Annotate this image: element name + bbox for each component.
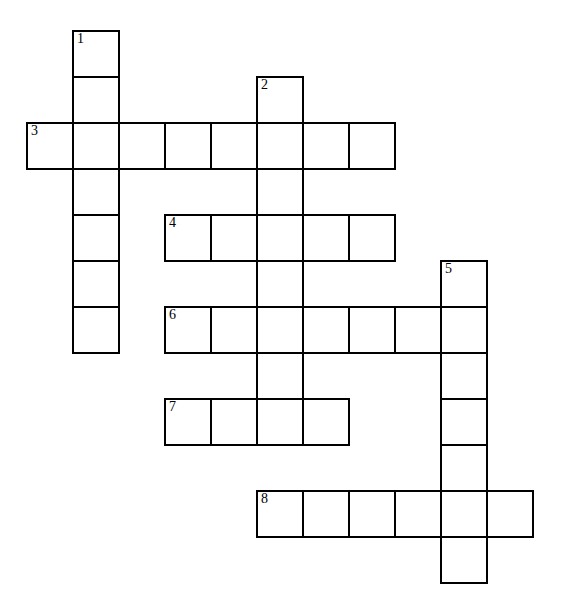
crossword-grid: 12345678 xyxy=(0,0,578,597)
grid-cell[interactable] xyxy=(210,214,258,262)
grid-cell[interactable] xyxy=(302,490,350,538)
grid-cell[interactable]: 6 xyxy=(164,306,212,354)
grid-cell[interactable]: 8 xyxy=(256,490,304,538)
grid-cell[interactable] xyxy=(118,122,166,170)
grid-cell[interactable] xyxy=(302,398,350,446)
grid-cell[interactable] xyxy=(256,306,304,354)
grid-cell[interactable] xyxy=(440,398,488,446)
grid-cell[interactable] xyxy=(440,306,488,354)
clue-number: 8 xyxy=(261,492,268,507)
grid-cell[interactable] xyxy=(302,306,350,354)
grid-cell[interactable] xyxy=(302,214,350,262)
grid-cell[interactable] xyxy=(256,352,304,400)
clue-number: 1 xyxy=(77,32,84,47)
clue-number: 2 xyxy=(261,78,268,93)
grid-cell[interactable] xyxy=(394,490,442,538)
grid-cell[interactable] xyxy=(302,122,350,170)
grid-cell[interactable] xyxy=(348,306,396,354)
clue-number: 5 xyxy=(445,262,452,277)
clue-number: 6 xyxy=(169,308,176,323)
grid-cell[interactable] xyxy=(256,168,304,216)
grid-cell[interactable] xyxy=(72,76,120,124)
grid-cell[interactable] xyxy=(72,260,120,308)
grid-cell[interactable] xyxy=(440,352,488,400)
grid-cell[interactable] xyxy=(210,398,258,446)
grid-cell[interactable] xyxy=(256,122,304,170)
grid-cell[interactable] xyxy=(440,536,488,584)
grid-cell[interactable] xyxy=(256,398,304,446)
grid-cell[interactable] xyxy=(348,214,396,262)
crossword-page: 12345678 xyxy=(0,0,578,597)
grid-cell[interactable] xyxy=(348,122,396,170)
grid-cell[interactable] xyxy=(440,490,488,538)
grid-cell[interactable] xyxy=(72,306,120,354)
grid-cell[interactable]: 3 xyxy=(26,122,74,170)
grid-cell[interactable]: 2 xyxy=(256,76,304,124)
grid-cell[interactable]: 7 xyxy=(164,398,212,446)
grid-cell[interactable] xyxy=(440,444,488,492)
grid-cell[interactable] xyxy=(72,122,120,170)
grid-cell[interactable] xyxy=(256,260,304,308)
clue-number: 3 xyxy=(31,124,38,139)
grid-cell[interactable] xyxy=(72,214,120,262)
grid-cell[interactable] xyxy=(164,122,212,170)
grid-cell[interactable] xyxy=(394,306,442,354)
clue-number: 4 xyxy=(169,216,176,231)
clue-number: 7 xyxy=(169,400,176,415)
grid-cell[interactable] xyxy=(348,490,396,538)
grid-cell[interactable]: 5 xyxy=(440,260,488,308)
grid-cell[interactable]: 1 xyxy=(72,30,120,78)
grid-cell[interactable] xyxy=(210,306,258,354)
grid-cell[interactable] xyxy=(486,490,534,538)
grid-cell[interactable] xyxy=(72,168,120,216)
grid-cell[interactable] xyxy=(256,214,304,262)
grid-cell[interactable] xyxy=(210,122,258,170)
grid-cell[interactable]: 4 xyxy=(164,214,212,262)
